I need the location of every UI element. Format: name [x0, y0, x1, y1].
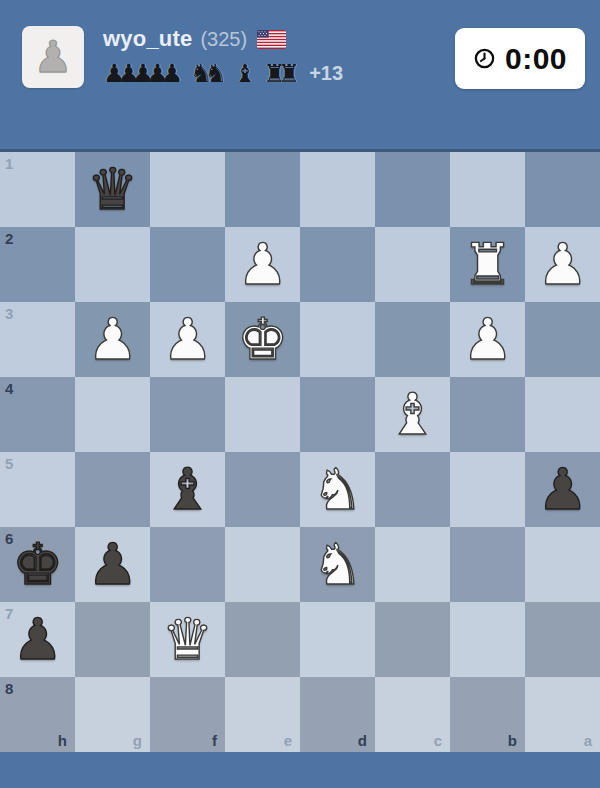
square-d5[interactable]: ♞: [300, 452, 375, 527]
rank-label-3: 3: [5, 305, 13, 322]
square-d1[interactable]: [300, 152, 375, 227]
square-e2[interactable]: ♟: [225, 227, 300, 302]
clock-icon: [473, 47, 496, 70]
square-b4[interactable]: [450, 377, 525, 452]
piece-white-bishop-c4[interactable]: ♝: [375, 377, 450, 452]
square-g1[interactable]: ♛: [75, 152, 150, 227]
square-f3[interactable]: ♟: [150, 302, 225, 377]
square-e3[interactable]: ♚: [225, 302, 300, 377]
square-c3[interactable]: [375, 302, 450, 377]
square-f5[interactable]: ♝: [150, 452, 225, 527]
file-label-g: g: [133, 732, 142, 749]
square-f4[interactable]: [150, 377, 225, 452]
bottom-background: [0, 752, 600, 785]
piece-black-pawn-a5[interactable]: ♟: [525, 452, 600, 527]
file-label-b: b: [508, 732, 517, 749]
square-a5[interactable]: ♟: [525, 452, 600, 527]
square-a6[interactable]: [525, 527, 600, 602]
piece-white-king-e3[interactable]: ♚: [225, 302, 300, 377]
clock-time: 0:00: [505, 42, 567, 76]
square-h8[interactable]: 8h: [0, 677, 75, 752]
piece-white-rook-b2[interactable]: ♜: [450, 227, 525, 302]
square-d8[interactable]: d: [300, 677, 375, 752]
square-e5[interactable]: [225, 452, 300, 527]
square-b5[interactable]: [450, 452, 525, 527]
square-c7[interactable]: [375, 602, 450, 677]
piece-black-pawn-g6[interactable]: ♟: [75, 527, 150, 602]
square-f8[interactable]: f: [150, 677, 225, 752]
rank-label-8: 8: [5, 680, 13, 697]
captured-bishops: ♝: [234, 59, 263, 88]
top-player-bar: ♟ wyo_ute (325): [0, 0, 600, 152]
square-d3[interactable]: [300, 302, 375, 377]
square-c6[interactable]: [375, 527, 450, 602]
square-f2[interactable]: [150, 227, 225, 302]
square-e7[interactable]: [225, 602, 300, 677]
piece-white-knight-d5[interactable]: ♞: [300, 452, 375, 527]
material-advantage: +13: [309, 62, 343, 85]
square-c8[interactable]: c: [375, 677, 450, 752]
player-rating: (325): [200, 28, 247, 51]
square-b1[interactable]: [450, 152, 525, 227]
captured-knights: ♞♞: [190, 59, 234, 88]
square-b2[interactable]: ♜: [450, 227, 525, 302]
square-h5[interactable]: 5: [0, 452, 75, 527]
rank-label-5: 5: [5, 455, 13, 472]
square-b3[interactable]: ♟: [450, 302, 525, 377]
square-f7[interactable]: ♛: [150, 602, 225, 677]
square-a3[interactable]: [525, 302, 600, 377]
square-h3[interactable]: 3: [0, 302, 75, 377]
rank-label-1: 1: [5, 155, 13, 172]
file-label-h: h: [58, 732, 67, 749]
piece-black-king-h6[interactable]: ♚: [0, 527, 75, 602]
piece-black-queen-g1[interactable]: ♛: [75, 152, 150, 227]
square-b7[interactable]: [450, 602, 525, 677]
file-label-d: d: [358, 732, 367, 749]
square-c1[interactable]: [375, 152, 450, 227]
avatar-pawn-icon: ♟: [33, 26, 72, 88]
piece-white-queen-f7[interactable]: ♛: [150, 602, 225, 677]
piece-black-bishop-f5[interactable]: ♝: [150, 452, 225, 527]
chess-board: 1♛2♟♜♟3♟♟♚♟4♝5♝♞♟6♚♟♞7♟♛8hgfedcba: [0, 152, 600, 752]
square-e6[interactable]: [225, 527, 300, 602]
square-b8[interactable]: b: [450, 677, 525, 752]
player-info: wyo_ute (325): [103, 26, 455, 88]
piece-white-pawn-f3[interactable]: ♟: [150, 302, 225, 377]
square-g8[interactable]: g: [75, 677, 150, 752]
square-a1[interactable]: [525, 152, 600, 227]
square-e8[interactable]: e: [225, 677, 300, 752]
square-g7[interactable]: [75, 602, 150, 677]
square-d4[interactable]: [300, 377, 375, 452]
piece-black-pawn-h7[interactable]: ♟: [0, 602, 75, 677]
square-b6[interactable]: [450, 527, 525, 602]
file-label-f: f: [212, 732, 217, 749]
square-a4[interactable]: [525, 377, 600, 452]
file-label-c: c: [434, 732, 442, 749]
square-h1[interactable]: 1: [0, 152, 75, 227]
square-g2[interactable]: [75, 227, 150, 302]
rank-label-2: 2: [5, 230, 13, 247]
square-g3[interactable]: ♟: [75, 302, 150, 377]
piece-white-pawn-a2[interactable]: ♟: [525, 227, 600, 302]
captured-pieces: ♟♟♟♟♟ ♞♞ ♝ ♜♜ +13: [103, 58, 455, 88]
square-e1[interactable]: [225, 152, 300, 227]
player-avatar[interactable]: ♟: [22, 26, 84, 88]
captured-rooks: ♜♜: [263, 59, 307, 88]
square-h6[interactable]: 6♚: [0, 527, 75, 602]
us-flag-icon: [257, 30, 286, 49]
square-e4[interactable]: [225, 377, 300, 452]
square-d2[interactable]: [300, 227, 375, 302]
square-h7[interactable]: 7♟: [0, 602, 75, 677]
piece-white-knight-d6[interactable]: ♞: [300, 527, 375, 602]
player-clock: 0:00: [455, 28, 585, 89]
square-d6[interactable]: ♞: [300, 527, 375, 602]
player-name: wyo_ute: [103, 26, 192, 52]
piece-white-pawn-b3[interactable]: ♟: [450, 302, 525, 377]
square-d7[interactable]: [300, 602, 375, 677]
square-g6[interactable]: ♟: [75, 527, 150, 602]
piece-white-pawn-e2[interactable]: ♟: [225, 227, 300, 302]
square-h4[interactable]: 4: [0, 377, 75, 452]
file-label-a: a: [584, 732, 592, 749]
piece-white-pawn-g3[interactable]: ♟: [75, 302, 150, 377]
square-f6[interactable]: [150, 527, 225, 602]
square-a2[interactable]: ♟: [525, 227, 600, 302]
square-c4[interactable]: ♝: [375, 377, 450, 452]
square-a7[interactable]: [525, 602, 600, 677]
square-f1[interactable]: [150, 152, 225, 227]
square-c2[interactable]: [375, 227, 450, 302]
square-a8[interactable]: a: [525, 677, 600, 752]
square-g5[interactable]: [75, 452, 150, 527]
square-h2[interactable]: 2: [0, 227, 75, 302]
square-c5[interactable]: [375, 452, 450, 527]
captured-pawns: ♟♟♟♟♟: [103, 59, 190, 88]
rank-label-4: 4: [5, 380, 13, 397]
file-label-e: e: [284, 732, 292, 749]
square-g4[interactable]: [75, 377, 150, 452]
